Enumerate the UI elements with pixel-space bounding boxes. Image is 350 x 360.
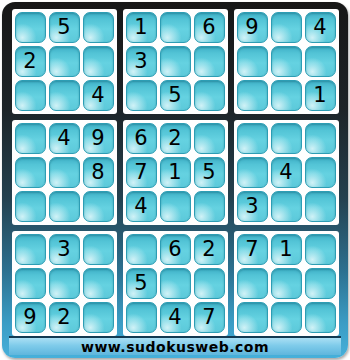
cell-r2c9[interactable]: [305, 46, 336, 77]
cell-r2c2[interactable]: [49, 46, 80, 77]
cell-r3c9[interactable]: 1: [305, 80, 336, 111]
cell-r7c8[interactable]: 1: [271, 234, 302, 265]
cell-r2c3[interactable]: [83, 46, 114, 77]
cell-r4c4[interactable]: 6: [126, 123, 157, 154]
cell-r2c1[interactable]: 2: [15, 46, 46, 77]
cell-r5c2[interactable]: [49, 157, 80, 188]
cell-r8c3[interactable]: [83, 268, 114, 299]
cell-r6c2[interactable]: [49, 191, 80, 222]
cell-r3c5[interactable]: 5: [160, 80, 191, 111]
box-r1c1: 524: [12, 9, 117, 114]
cell-r4c5[interactable]: 2: [160, 123, 191, 154]
cell-r1c3[interactable]: [83, 12, 114, 43]
cell-r1c5[interactable]: [160, 12, 191, 43]
box-r2c3: 43: [234, 120, 339, 225]
cell-r9c9[interactable]: [305, 302, 336, 333]
box-r1c2: 1635: [123, 9, 228, 114]
cell-r5c8[interactable]: 4: [271, 157, 302, 188]
cell-r2c6[interactable]: [194, 46, 225, 77]
cell-r3c2[interactable]: [49, 80, 80, 111]
cell-r9c8[interactable]: [271, 302, 302, 333]
cell-r8c7[interactable]: [237, 268, 268, 299]
cell-r5c7[interactable]: [237, 157, 268, 188]
cell-r9c2[interactable]: 2: [49, 302, 80, 333]
box-r2c2: 627154: [123, 120, 228, 225]
cell-r5c9[interactable]: [305, 157, 336, 188]
cell-r1c8[interactable]: [271, 12, 302, 43]
cell-r4c1[interactable]: [15, 123, 46, 154]
cell-r3c4[interactable]: [126, 80, 157, 111]
cell-r8c2[interactable]: [49, 268, 80, 299]
cell-r4c3[interactable]: 9: [83, 123, 114, 154]
cell-r1c2[interactable]: 5: [49, 12, 80, 43]
cell-r9c6[interactable]: 7: [194, 302, 225, 333]
cell-r6c1[interactable]: [15, 191, 46, 222]
cell-r5c1[interactable]: [15, 157, 46, 188]
cell-r6c9[interactable]: [305, 191, 336, 222]
cell-r9c3[interactable]: [83, 302, 114, 333]
box-r3c3: 71: [234, 231, 339, 336]
cell-r1c1[interactable]: [15, 12, 46, 43]
cell-r9c5[interactable]: 4: [160, 302, 191, 333]
cell-r3c7[interactable]: [237, 80, 268, 111]
cell-r7c3[interactable]: [83, 234, 114, 265]
cell-r4c2[interactable]: 4: [49, 123, 80, 154]
cell-r7c2[interactable]: 3: [49, 234, 80, 265]
box-r3c1: 392: [12, 231, 117, 336]
cell-r5c4[interactable]: 7: [126, 157, 157, 188]
cell-r8c5[interactable]: [160, 268, 191, 299]
cell-r8c6[interactable]: [194, 268, 225, 299]
cell-r7c4[interactable]: [126, 234, 157, 265]
cell-r8c4[interactable]: 5: [126, 268, 157, 299]
cell-r5c3[interactable]: 8: [83, 157, 114, 188]
cell-r6c4[interactable]: 4: [126, 191, 157, 222]
cell-r3c8[interactable]: [271, 80, 302, 111]
cell-r5c5[interactable]: 1: [160, 157, 191, 188]
cell-r4c7[interactable]: [237, 123, 268, 154]
cell-r1c7[interactable]: 9: [237, 12, 268, 43]
site-url[interactable]: www.sudokusweb.com: [9, 336, 341, 355]
cell-r6c7[interactable]: 3: [237, 191, 268, 222]
cell-r3c3[interactable]: 4: [83, 80, 114, 111]
cell-r6c5[interactable]: [160, 191, 191, 222]
cell-r7c9[interactable]: [305, 234, 336, 265]
cell-r6c8[interactable]: [271, 191, 302, 222]
cell-r8c1[interactable]: [15, 268, 46, 299]
cell-r9c4[interactable]: [126, 302, 157, 333]
cell-r2c4[interactable]: 3: [126, 46, 157, 77]
cell-r9c7[interactable]: [237, 302, 268, 333]
cell-r3c1[interactable]: [15, 80, 46, 111]
sudoku-grid: 524 1635 941 498 627154 43 392 62547 71: [12, 9, 339, 336]
cell-r2c5[interactable]: [160, 46, 191, 77]
sudoku-board: 524 1635 941 498 627154 43 392 62547 71 …: [2, 2, 348, 358]
cell-r8c9[interactable]: [305, 268, 336, 299]
cell-r1c9[interactable]: 4: [305, 12, 336, 43]
cell-r4c9[interactable]: [305, 123, 336, 154]
cell-r6c3[interactable]: [83, 191, 114, 222]
cell-r4c6[interactable]: [194, 123, 225, 154]
cell-r7c5[interactable]: 6: [160, 234, 191, 265]
cell-r9c1[interactable]: 9: [15, 302, 46, 333]
cell-r7c1[interactable]: [15, 234, 46, 265]
cell-r2c7[interactable]: [237, 46, 268, 77]
box-r3c2: 62547: [123, 231, 228, 336]
cell-r7c7[interactable]: 7: [237, 234, 268, 265]
cell-r1c4[interactable]: 1: [126, 12, 157, 43]
cell-r7c6[interactable]: 2: [194, 234, 225, 265]
cell-r5c6[interactable]: 5: [194, 157, 225, 188]
cell-r6c6[interactable]: [194, 191, 225, 222]
cell-r8c8[interactable]: [271, 268, 302, 299]
cell-r1c6[interactable]: 6: [194, 12, 225, 43]
box-r1c3: 941: [234, 9, 339, 114]
box-r2c1: 498: [12, 120, 117, 225]
cell-r2c8[interactable]: [271, 46, 302, 77]
cell-r4c8[interactable]: [271, 123, 302, 154]
cell-r3c6[interactable]: [194, 80, 225, 111]
